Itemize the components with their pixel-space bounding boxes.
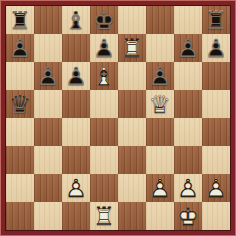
square-g2[interactable]: ♟♙ [174, 174, 202, 202]
piece-white-queen-f5[interactable]: ♛♕ [146, 90, 174, 118]
square-c5[interactable] [62, 90, 90, 118]
square-d1[interactable]: ♜♖ [90, 202, 118, 230]
piece-white-pawn-h2[interactable]: ♟♙ [202, 174, 230, 202]
white-pawn-outline-icon: ♙ [62, 174, 90, 202]
piece-white-pawn-f2[interactable]: ♟♙ [146, 174, 174, 202]
square-f6[interactable]: ♟♙ [146, 62, 174, 90]
square-c3[interactable] [62, 146, 90, 174]
chessboard-frame: ♜♖♝♗♚♔♜♖♟♙♟♙♜♖♟♙♟♙♟♙♟♙♝♗♟♙♛♕♛♕♟♙♟♙♟♙♟♙♜♖… [0, 0, 236, 236]
square-c6[interactable]: ♟♙ [62, 62, 90, 90]
square-d3[interactable] [90, 146, 118, 174]
white-bishop-outline-icon: ♗ [90, 62, 118, 90]
black-king-outline-icon: ♔ [90, 6, 118, 34]
square-f4[interactable] [146, 118, 174, 146]
square-a7[interactable]: ♟♙ [6, 34, 34, 62]
square-h1[interactable] [202, 202, 230, 230]
square-e3[interactable] [118, 146, 146, 174]
piece-black-pawn-c6[interactable]: ♟♙ [62, 62, 90, 90]
square-a2[interactable] [6, 174, 34, 202]
square-g5[interactable] [174, 90, 202, 118]
square-d4[interactable] [90, 118, 118, 146]
piece-black-rook-a8[interactable]: ♜♖ [6, 6, 34, 34]
black-pawn-outline-icon: ♙ [146, 62, 174, 90]
piece-black-pawn-a7[interactable]: ♟♙ [6, 34, 34, 62]
square-h3[interactable] [202, 146, 230, 174]
square-b8[interactable] [34, 6, 62, 34]
square-e8[interactable] [118, 6, 146, 34]
square-g7[interactable]: ♟♙ [174, 34, 202, 62]
square-f3[interactable] [146, 146, 174, 174]
square-a8[interactable]: ♜♖ [6, 6, 34, 34]
square-e1[interactable] [118, 202, 146, 230]
piece-black-pawn-d7[interactable]: ♟♙ [90, 34, 118, 62]
square-e7[interactable]: ♜♖ [118, 34, 146, 62]
square-a6[interactable] [6, 62, 34, 90]
black-pawn-outline-icon: ♙ [34, 62, 62, 90]
square-a1[interactable] [6, 202, 34, 230]
black-queen-outline-icon: ♕ [6, 90, 34, 118]
square-c8[interactable]: ♝♗ [62, 6, 90, 34]
piece-black-queen-a5[interactable]: ♛♕ [6, 90, 34, 118]
square-f7[interactable] [146, 34, 174, 62]
square-c2[interactable]: ♟♙ [62, 174, 90, 202]
black-pawn-outline-icon: ♙ [90, 34, 118, 62]
square-g6[interactable] [174, 62, 202, 90]
piece-white-rook-d1[interactable]: ♜♖ [90, 202, 118, 230]
square-e4[interactable] [118, 118, 146, 146]
black-pawn-outline-icon: ♙ [6, 34, 34, 62]
square-b1[interactable] [34, 202, 62, 230]
piece-black-pawn-h7[interactable]: ♟♙ [202, 34, 230, 62]
square-g4[interactable] [174, 118, 202, 146]
white-pawn-outline-icon: ♙ [174, 174, 202, 202]
square-g3[interactable] [174, 146, 202, 174]
white-rook-outline-icon: ♖ [90, 202, 118, 230]
square-h5[interactable] [202, 90, 230, 118]
square-h7[interactable]: ♟♙ [202, 34, 230, 62]
square-a3[interactable] [6, 146, 34, 174]
square-e6[interactable] [118, 62, 146, 90]
square-b6[interactable]: ♟♙ [34, 62, 62, 90]
square-c7[interactable] [62, 34, 90, 62]
square-h8[interactable]: ♜♖ [202, 6, 230, 34]
piece-white-king-g1[interactable]: ♚♔ [174, 202, 202, 230]
piece-black-pawn-f6[interactable]: ♟♙ [146, 62, 174, 90]
square-d2[interactable] [90, 174, 118, 202]
piece-white-pawn-c2[interactable]: ♟♙ [62, 174, 90, 202]
square-b2[interactable] [34, 174, 62, 202]
square-e2[interactable] [118, 174, 146, 202]
square-c4[interactable] [62, 118, 90, 146]
square-d5[interactable] [90, 90, 118, 118]
piece-black-pawn-g7[interactable]: ♟♙ [174, 34, 202, 62]
square-d8[interactable]: ♚♔ [90, 6, 118, 34]
square-c1[interactable] [62, 202, 90, 230]
piece-black-pawn-b6[interactable]: ♟♙ [34, 62, 62, 90]
piece-white-bishop-d6[interactable]: ♝♗ [90, 62, 118, 90]
piece-black-king-d8[interactable]: ♚♔ [90, 6, 118, 34]
black-rook-outline-icon: ♖ [202, 6, 230, 34]
square-e5[interactable] [118, 90, 146, 118]
black-rook-outline-icon: ♖ [6, 6, 34, 34]
square-d6[interactable]: ♝♗ [90, 62, 118, 90]
square-b7[interactable] [34, 34, 62, 62]
square-g8[interactable] [174, 6, 202, 34]
square-h2[interactable]: ♟♙ [202, 174, 230, 202]
black-pawn-outline-icon: ♙ [202, 34, 230, 62]
square-f5[interactable]: ♛♕ [146, 90, 174, 118]
square-h6[interactable] [202, 62, 230, 90]
black-bishop-outline-icon: ♗ [62, 6, 90, 34]
piece-white-pawn-g2[interactable]: ♟♙ [174, 174, 202, 202]
piece-white-rook-e7[interactable]: ♜♖ [118, 34, 146, 62]
square-b3[interactable] [34, 146, 62, 174]
square-d7[interactable]: ♟♙ [90, 34, 118, 62]
piece-black-bishop-c8[interactable]: ♝♗ [62, 6, 90, 34]
square-a4[interactable] [6, 118, 34, 146]
square-b4[interactable] [34, 118, 62, 146]
square-a5[interactable]: ♛♕ [6, 90, 34, 118]
square-f8[interactable] [146, 6, 174, 34]
black-pawn-outline-icon: ♙ [62, 62, 90, 90]
white-pawn-outline-icon: ♙ [202, 174, 230, 202]
square-f2[interactable]: ♟♙ [146, 174, 174, 202]
black-pawn-outline-icon: ♙ [174, 34, 202, 62]
white-queen-outline-icon: ♕ [146, 90, 174, 118]
square-h4[interactable] [202, 118, 230, 146]
white-rook-outline-icon: ♖ [118, 34, 146, 62]
white-king-outline-icon: ♔ [174, 202, 202, 230]
chessboard: ♜♖♝♗♚♔♜♖♟♙♟♙♜♖♟♙♟♙♟♙♟♙♝♗♟♙♛♕♛♕♟♙♟♙♟♙♟♙♜♖… [5, 5, 231, 231]
square-b5[interactable] [34, 90, 62, 118]
square-f1[interactable] [146, 202, 174, 230]
white-pawn-outline-icon: ♙ [146, 174, 174, 202]
square-g1[interactable]: ♚♔ [174, 202, 202, 230]
piece-black-rook-h8[interactable]: ♜♖ [202, 6, 230, 34]
